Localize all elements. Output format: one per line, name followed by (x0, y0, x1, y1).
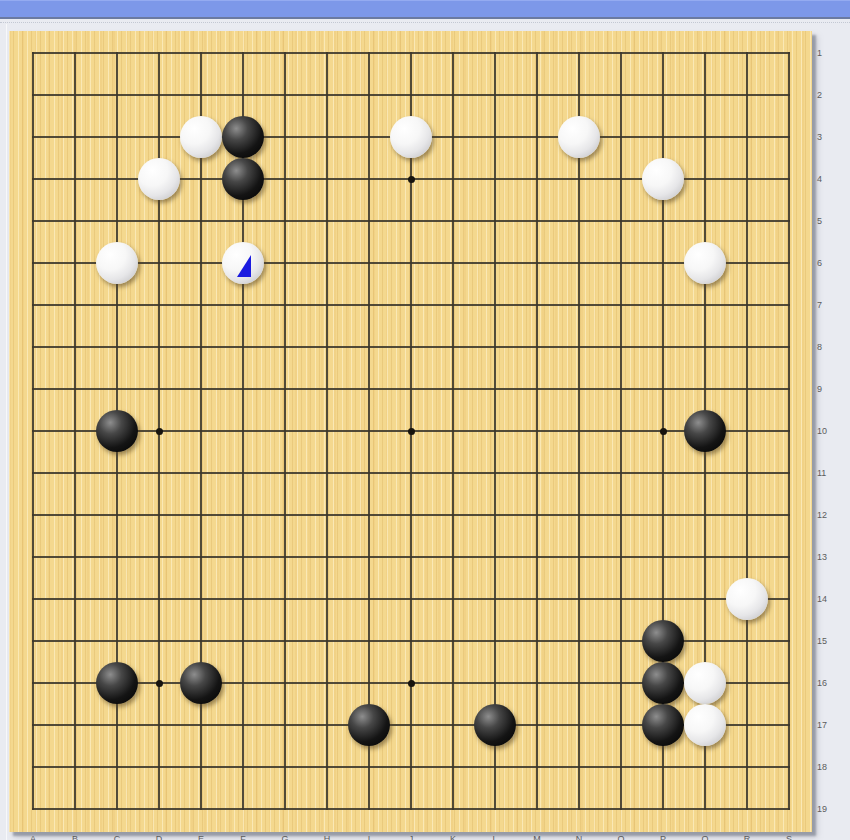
stone-black[interactable] (96, 662, 138, 704)
stone-white[interactable] (558, 116, 600, 158)
go-app-window: 12345678910111213141516171819ABCDEFGHIJK… (0, 0, 850, 840)
row-label: 7 (817, 300, 839, 310)
column-label: R (737, 834, 757, 840)
row-label: 14 (817, 594, 839, 604)
grid-line-horizontal (32, 472, 790, 474)
column-label: C (107, 834, 127, 840)
grid-line-vertical (536, 52, 538, 810)
column-label: I (359, 834, 379, 840)
stone-white[interactable] (222, 242, 264, 284)
row-label: 1 (817, 48, 839, 58)
window-edge-highlight (6, 24, 7, 840)
column-label: F (233, 834, 253, 840)
column-label: G (275, 834, 295, 840)
stone-black[interactable] (684, 410, 726, 452)
column-label: K (443, 834, 463, 840)
stone-black[interactable] (222, 116, 264, 158)
column-label: B (65, 834, 85, 840)
star-point (660, 428, 667, 435)
row-label: 15 (817, 636, 839, 646)
column-label: S (779, 834, 799, 840)
star-point (156, 680, 163, 687)
stone-black[interactable] (96, 410, 138, 452)
column-label: D (149, 834, 169, 840)
star-point (408, 176, 415, 183)
stone-white[interactable] (138, 158, 180, 200)
grid-line-horizontal (32, 766, 790, 768)
grid-line-vertical (494, 52, 496, 810)
column-label: M (527, 834, 547, 840)
grid-line-vertical (620, 52, 622, 810)
stone-white[interactable] (726, 578, 768, 620)
column-label: P (653, 834, 673, 840)
row-label: 12 (817, 510, 839, 520)
stone-black[interactable] (180, 662, 222, 704)
row-label: 19 (817, 804, 839, 814)
stone-white[interactable] (96, 242, 138, 284)
go-board[interactable] (9, 31, 812, 832)
column-label: E (191, 834, 211, 840)
stone-black[interactable] (348, 704, 390, 746)
stone-white[interactable] (390, 116, 432, 158)
row-label: 6 (817, 258, 839, 268)
star-point (408, 680, 415, 687)
row-label: 17 (817, 720, 839, 730)
grid-line-vertical (452, 52, 454, 810)
column-label: N (569, 834, 589, 840)
stone-black[interactable] (642, 620, 684, 662)
last-move-triangle-marker (237, 255, 251, 277)
star-point (156, 428, 163, 435)
stone-black[interactable] (642, 662, 684, 704)
stone-black[interactable] (642, 704, 684, 746)
stone-black[interactable] (474, 704, 516, 746)
stone-black[interactable] (222, 158, 264, 200)
grid-line-horizontal (32, 556, 790, 558)
row-label: 16 (817, 678, 839, 688)
grid-line-vertical (788, 52, 790, 810)
row-label: 9 (817, 384, 839, 394)
row-label: 10 (817, 426, 839, 436)
stone-white[interactable] (642, 158, 684, 200)
column-label: J (401, 834, 421, 840)
column-label: H (317, 834, 337, 840)
row-label: 3 (817, 132, 839, 142)
column-label: Q (695, 834, 715, 840)
row-label: 2 (817, 90, 839, 100)
row-label: 11 (817, 468, 839, 478)
row-label: 4 (817, 174, 839, 184)
grid-line-vertical (746, 52, 748, 810)
row-label: 18 (817, 762, 839, 772)
column-label: L (485, 834, 505, 840)
stone-white[interactable] (180, 116, 222, 158)
grid-line-horizontal (32, 598, 790, 600)
row-label: 8 (817, 342, 839, 352)
stone-white[interactable] (684, 662, 726, 704)
stone-white[interactable] (684, 242, 726, 284)
column-label: O (611, 834, 631, 840)
window-titlebar[interactable] (0, 0, 850, 19)
star-point (408, 428, 415, 435)
grid-line-vertical (578, 52, 580, 810)
grid-line-horizontal (32, 514, 790, 516)
row-label: 13 (817, 552, 839, 562)
row-label: 5 (817, 216, 839, 226)
stone-white[interactable] (684, 704, 726, 746)
grid-line-horizontal (32, 808, 790, 810)
titlebar-separator (0, 22, 850, 23)
column-label: A (23, 834, 43, 840)
